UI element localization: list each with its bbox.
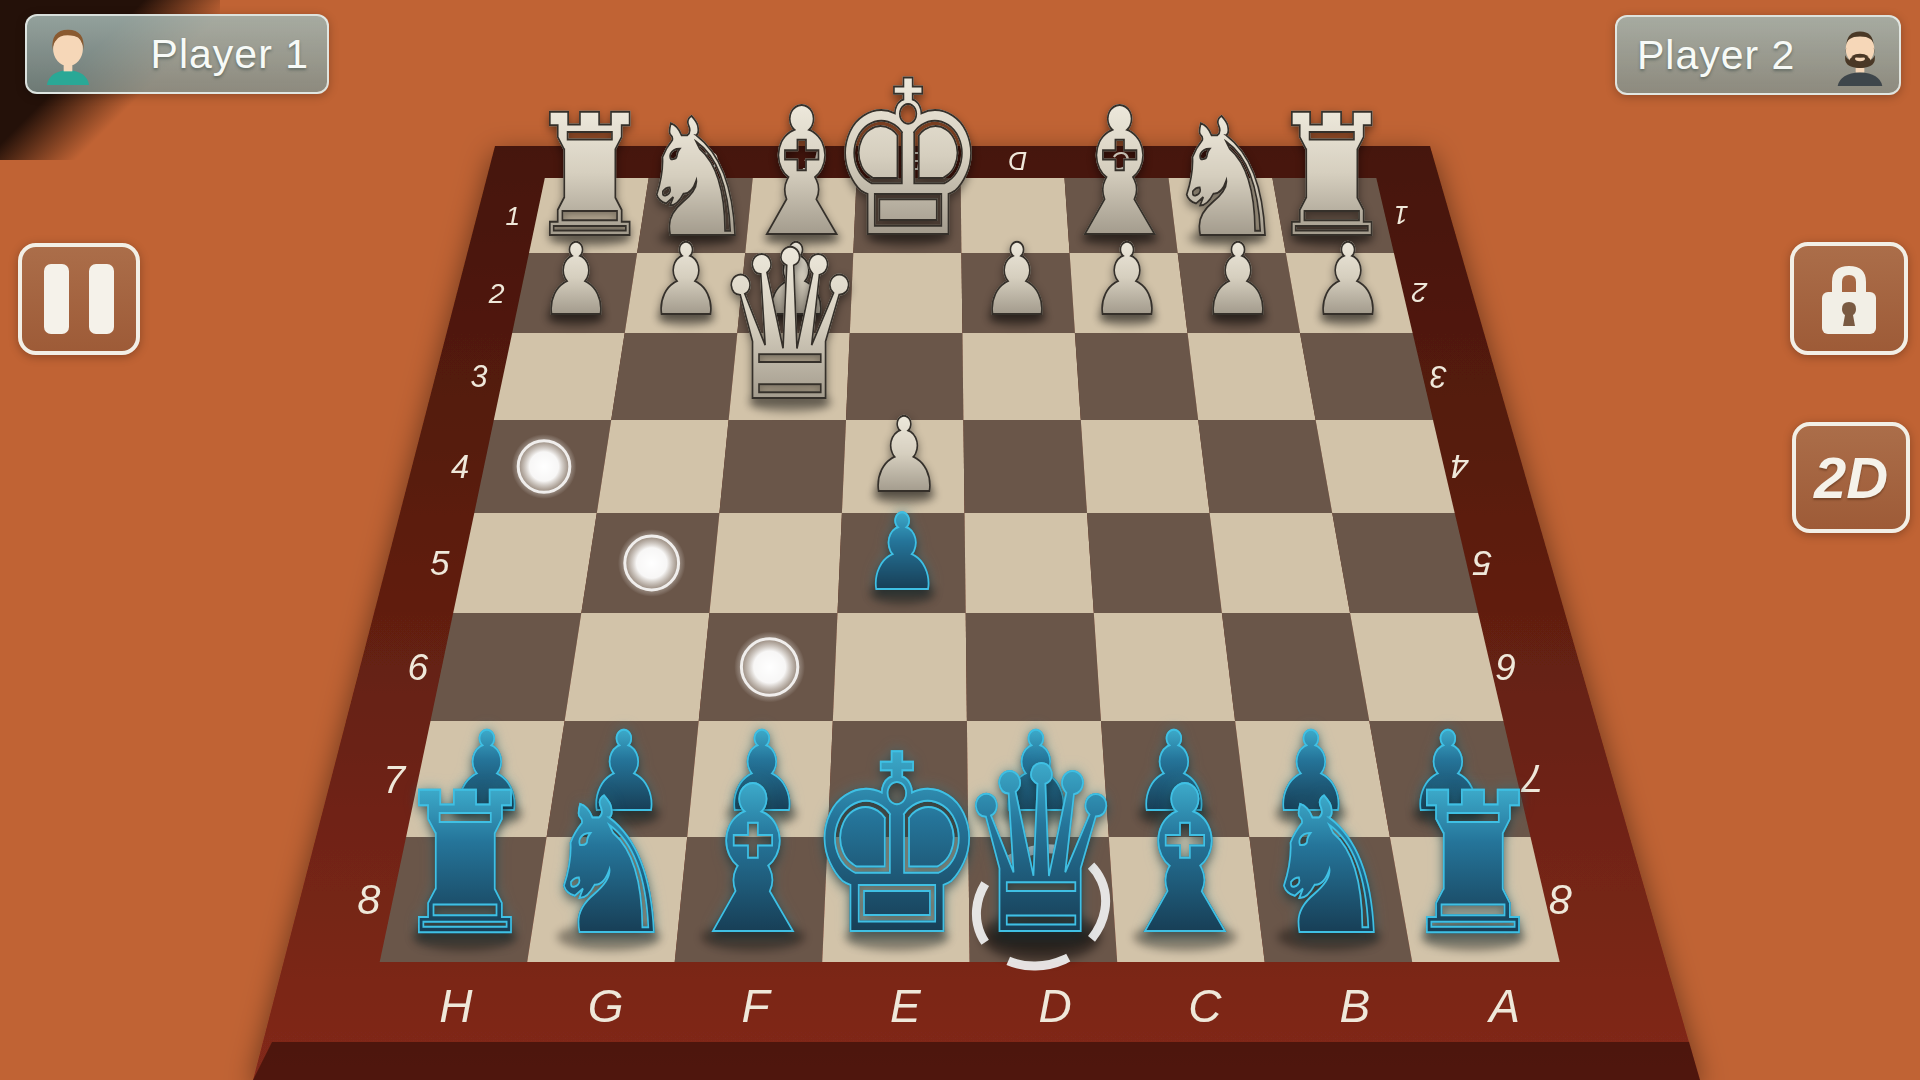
square-h5[interactable] [453,513,597,613]
piece-black-rook-a8[interactable]: ♜ [1400,767,1547,962]
file-label-near-c: C [1188,980,1222,1032]
square-f5[interactable] [709,513,842,613]
rank-label-left-1: 1 [506,201,521,231]
square-a6[interactable] [1350,613,1503,721]
square-a3[interactable] [1300,333,1433,420]
rank-label-left-5: 5 [430,543,450,582]
square-b6[interactable] [1222,613,1369,721]
square-d3[interactable] [962,333,1080,420]
square-d5[interactable] [965,513,1094,613]
piece-black-knight-g8[interactable]: ♞ [538,774,679,961]
player1-name: Player 1 [151,31,309,78]
rank-label-right-1: 1 [1394,200,1409,230]
rank-label-right-2: 2 [1411,277,1428,309]
pause-button[interactable] [18,243,140,355]
rank-label-left-3: 3 [470,359,487,393]
move-hint-h4[interactable] [512,434,577,499]
rank-label-left-2: 2 [488,277,505,309]
player2-panel: Player 2 [1615,15,1901,95]
piece-black-bishop-f8[interactable]: ♝ [677,760,830,963]
player1-avatar [37,20,99,88]
piece-white-queen-f3[interactable]: ♛ [712,223,868,430]
file-label-near-h: H [439,980,473,1032]
file-label-near-d: D [1039,980,1072,1032]
square-h6[interactable] [431,613,582,721]
square-c6[interactable] [1094,613,1235,721]
file-label-near-a: A [1486,980,1520,1032]
rank-label-right-5: 5 [1472,544,1492,583]
padlock-icon [1812,260,1886,338]
move-hint-f6[interactable] [734,632,805,703]
rank-label-right-8: 8 [1550,876,1573,923]
square-h3[interactable] [494,333,625,420]
square-a4[interactable] [1316,420,1455,513]
view-2d-button[interactable]: 2D [1792,422,1910,533]
player2-name: Player 2 [1637,32,1795,79]
square-b3[interactable] [1188,333,1316,420]
rank-label-right-3: 3 [1430,360,1447,394]
square-c3[interactable] [1075,333,1198,420]
square-b4[interactable] [1198,420,1332,513]
square-b5[interactable] [1210,513,1350,613]
piece-black-bishop-c8[interactable]: ♝ [1109,760,1262,963]
piece-black-king-e8[interactable]: ♚ [804,723,989,969]
view-2d-label: 2D [1814,444,1888,511]
rank-label-left-6: 6 [407,646,428,688]
rank-label-left-8: 8 [357,876,380,923]
file-label-near-f: F [741,980,772,1032]
lock-button[interactable] [1790,242,1908,355]
square-g6[interactable] [565,613,710,721]
square-g4[interactable] [597,420,729,513]
rank-label-left-4: 4 [451,448,469,485]
game-scene: HHGGFFEEDDCCBBAA1122334455667788 ♜♞♝♚♝♞♜… [0,0,1920,1080]
piece-black-knight-b8[interactable]: ♞ [1259,774,1400,961]
piece-white-pawn-b2[interactable]: ♟ [1200,230,1275,329]
piece-white-pawn-c2[interactable]: ♟ [1090,230,1165,329]
square-d4[interactable] [963,420,1087,513]
piece-black-pawn-e5[interactable]: ♟ [863,501,942,606]
file-label-near-g: G [588,980,624,1032]
rank-label-right-6: 6 [1496,646,1517,688]
move-hint-g5[interactable] [618,529,686,597]
square-c5[interactable] [1087,513,1222,613]
rank-label-right-4: 4 [1451,448,1469,485]
board-front-edge [253,1042,1700,1080]
piece-white-pawn-a2[interactable]: ♟ [1311,230,1386,329]
square-a5[interactable] [1332,513,1478,613]
file-label-near-b: B [1339,980,1370,1032]
piece-white-pawn-h2[interactable]: ♟ [538,230,613,329]
pause-icon [34,264,124,334]
piece-black-rook-h8[interactable]: ♜ [391,767,538,962]
file-label-far-d: D [1008,146,1027,176]
player2-avatar [1829,21,1891,89]
player1-panel: Player 1 [25,14,329,94]
piece-white-pawn-d2[interactable]: ♟ [980,230,1055,329]
square-c4[interactable] [1081,420,1210,513]
